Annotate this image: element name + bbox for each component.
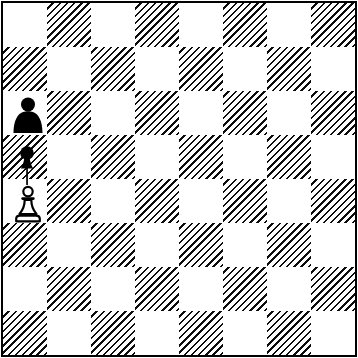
square-a3[interactable]: [3, 223, 47, 267]
piece-white-pawn-a4[interactable]: [3, 179, 47, 223]
square-b1[interactable]: [47, 311, 91, 355]
square-d1[interactable]: [135, 311, 179, 355]
white-pawn-icon: [3, 179, 47, 223]
square-e2[interactable]: [179, 267, 223, 311]
square-g7[interactable]: [267, 47, 311, 91]
square-e3[interactable]: [179, 223, 223, 267]
black-pawn-icon: [3, 91, 47, 135]
square-c6[interactable]: [91, 91, 135, 135]
square-f1[interactable]: [223, 311, 267, 355]
square-e8[interactable]: [179, 3, 223, 47]
square-h1[interactable]: [311, 311, 355, 355]
square-b3[interactable]: [47, 223, 91, 267]
square-e1[interactable]: [179, 311, 223, 355]
square-a2[interactable]: [3, 267, 47, 311]
square-b7[interactable]: [47, 47, 91, 91]
square-c3[interactable]: [91, 223, 135, 267]
square-f5[interactable]: [223, 135, 267, 179]
square-c7[interactable]: [91, 47, 135, 91]
square-h3[interactable]: [311, 223, 355, 267]
square-d8[interactable]: [135, 3, 179, 47]
square-h7[interactable]: [311, 47, 355, 91]
board-squares: [3, 3, 355, 355]
square-b5[interactable]: [47, 135, 91, 179]
square-f6[interactable]: [223, 91, 267, 135]
piece-black-pawn-a5[interactable]: [3, 135, 47, 179]
square-f8[interactable]: [223, 3, 267, 47]
square-d6[interactable]: [135, 91, 179, 135]
chess-board: [1, 1, 357, 357]
square-f3[interactable]: [223, 223, 267, 267]
square-h5[interactable]: [311, 135, 355, 179]
square-h6[interactable]: [311, 91, 355, 135]
square-b4[interactable]: [47, 179, 91, 223]
square-b6[interactable]: [47, 91, 91, 135]
square-c8[interactable]: [91, 3, 135, 47]
square-g5[interactable]: [267, 135, 311, 179]
square-f7[interactable]: [223, 47, 267, 91]
square-c1[interactable]: [91, 311, 135, 355]
square-c4[interactable]: [91, 179, 135, 223]
square-d2[interactable]: [135, 267, 179, 311]
square-d3[interactable]: [135, 223, 179, 267]
square-d5[interactable]: [135, 135, 179, 179]
square-e6[interactable]: [179, 91, 223, 135]
square-g6[interactable]: [267, 91, 311, 135]
square-h8[interactable]: [311, 3, 355, 47]
square-g2[interactable]: [267, 267, 311, 311]
square-h2[interactable]: [311, 267, 355, 311]
square-a7[interactable]: [3, 47, 47, 91]
square-g8[interactable]: [267, 3, 311, 47]
square-b8[interactable]: [47, 3, 91, 47]
square-g3[interactable]: [267, 223, 311, 267]
square-d4[interactable]: [135, 179, 179, 223]
piece-black-pawn-a6[interactable]: [3, 91, 47, 135]
square-h4[interactable]: [311, 179, 355, 223]
square-d7[interactable]: [135, 47, 179, 91]
square-a8[interactable]: [3, 3, 47, 47]
square-a1[interactable]: [3, 311, 47, 355]
chess-diagram: [0, 0, 358, 358]
square-c2[interactable]: [91, 267, 135, 311]
square-f4[interactable]: [223, 179, 267, 223]
square-c5[interactable]: [91, 135, 135, 179]
square-g4[interactable]: [267, 179, 311, 223]
square-e7[interactable]: [179, 47, 223, 91]
square-b2[interactable]: [47, 267, 91, 311]
square-g1[interactable]: [267, 311, 311, 355]
square-e4[interactable]: [179, 179, 223, 223]
square-e5[interactable]: [179, 135, 223, 179]
square-f2[interactable]: [223, 267, 267, 311]
